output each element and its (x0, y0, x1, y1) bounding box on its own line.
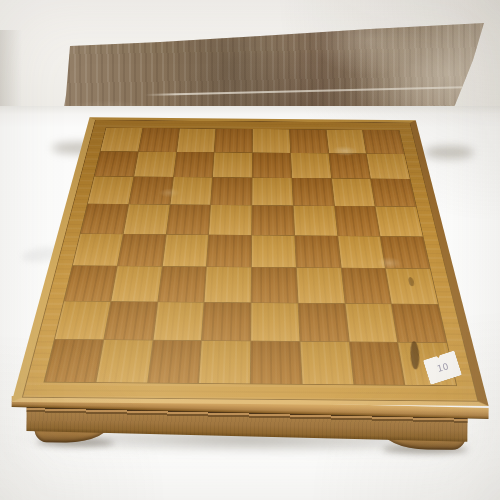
square-g7 (329, 153, 370, 178)
square-d5 (209, 205, 251, 235)
square-g8 (326, 130, 366, 153)
square-a2 (55, 301, 110, 339)
square-e1 (251, 342, 302, 384)
square-c2 (153, 302, 204, 340)
square-h7 (367, 154, 410, 179)
square-b3 (111, 266, 161, 301)
square-b8 (139, 128, 179, 151)
square-h2 (392, 304, 446, 342)
photo-scene: 10 (0, 0, 500, 500)
square-a4 (73, 234, 123, 266)
square-c6 (170, 177, 212, 204)
square-g4 (338, 236, 385, 268)
square-c1 (148, 341, 201, 383)
square-e8 (253, 129, 290, 152)
square-a5 (81, 204, 128, 233)
square-c8 (177, 129, 216, 152)
square-e6 (252, 178, 292, 205)
square-h8 (363, 130, 404, 153)
square-f2 (298, 303, 348, 341)
board-plane (12, 117, 489, 406)
square-f8 (290, 129, 328, 152)
square-f3 (297, 268, 345, 303)
price-sticker-label: 10 (436, 361, 450, 374)
square-f7 (291, 153, 331, 178)
square-b2 (104, 302, 157, 340)
square-d6 (211, 178, 252, 205)
square-f1 (300, 342, 353, 384)
square-a8 (101, 128, 143, 151)
square-f4 (295, 236, 340, 268)
square-a6 (88, 177, 133, 204)
square-f5 (293, 206, 336, 236)
square-h6 (371, 179, 416, 206)
square-b4 (118, 234, 166, 266)
square-b5 (124, 204, 170, 233)
square-c4 (162, 234, 208, 266)
square-d8 (215, 129, 253, 152)
square-d1 (199, 341, 250, 383)
square-b7 (134, 152, 176, 177)
square-c3 (158, 267, 206, 302)
square-f6 (292, 178, 334, 205)
square-g5 (335, 206, 380, 236)
board-grid (45, 128, 456, 385)
square-a1 (45, 340, 103, 382)
square-e5 (252, 205, 294, 235)
square-d7 (213, 152, 252, 177)
square-h3 (386, 269, 438, 304)
chessboard-top (12, 0, 493, 406)
square-e7 (253, 153, 292, 178)
square-b6 (129, 177, 173, 204)
square-d4 (207, 235, 251, 267)
square-e3 (251, 268, 297, 303)
square-e4 (252, 235, 296, 267)
square-d3 (205, 267, 251, 302)
square-a7 (94, 151, 137, 176)
square-a3 (64, 266, 116, 301)
square-e2 (251, 303, 299, 341)
square-h4 (381, 236, 430, 268)
square-g3 (341, 268, 391, 303)
square-c7 (173, 152, 213, 177)
square-b1 (96, 340, 152, 382)
square-h5 (376, 207, 423, 237)
square-c5 (166, 205, 210, 234)
square-g2 (345, 304, 397, 342)
square-g6 (332, 179, 375, 206)
chess-box: 10 (0, 0, 500, 500)
square-g1 (349, 342, 404, 384)
square-d2 (202, 302, 250, 340)
